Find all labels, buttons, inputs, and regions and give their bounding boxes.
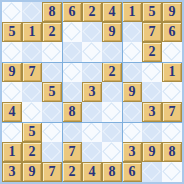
cell-r7c3[interactable] <box>42 122 62 142</box>
cell-r6c7[interactable] <box>122 102 142 122</box>
given-tile: 2 <box>102 62 122 82</box>
cell-r1c4: 6 <box>62 2 82 22</box>
cell-r7c5[interactable] <box>82 122 102 142</box>
diamond-ornament <box>42 102 60 120</box>
given-tile: 8 <box>102 162 122 182</box>
diamond-ornament <box>62 42 80 60</box>
given-tile: 1 <box>122 2 142 22</box>
diamond-ornament <box>142 162 160 180</box>
digit: 4 <box>9 105 16 120</box>
cell-r9c7: 6 <box>122 162 142 182</box>
given-tile: 7 <box>22 62 42 82</box>
given-tile: 2 <box>62 162 82 182</box>
cell-r1c1[interactable] <box>2 2 22 22</box>
digit: 3 <box>149 105 156 120</box>
diamond-ornament <box>82 42 100 60</box>
diamond-ornament <box>62 62 80 80</box>
given-tile: 5 <box>22 122 42 142</box>
digit: 7 <box>169 105 176 120</box>
cell-r9c2: 9 <box>22 162 42 182</box>
given-tile: 5 <box>142 2 162 22</box>
diamond-ornament <box>2 122 20 140</box>
cell-r4c2: 7 <box>22 62 42 82</box>
cell-r3c4[interactable] <box>62 42 82 62</box>
cell-r8c6[interactable] <box>102 142 122 162</box>
given-tile: 9 <box>22 162 42 182</box>
digit: 2 <box>49 25 56 40</box>
cell-r6c8: 3 <box>142 102 162 122</box>
given-tile: 9 <box>162 2 182 22</box>
cell-r6c3[interactable] <box>42 102 62 122</box>
cell-r8c3[interactable] <box>42 142 62 162</box>
cell-r2c2: 1 <box>22 22 42 42</box>
diamond-ornament <box>62 122 80 140</box>
diamond-ornament <box>122 62 140 80</box>
given-tile: 9 <box>102 22 122 42</box>
cell-r9c9[interactable] <box>162 162 182 182</box>
diamond-ornament <box>42 142 60 160</box>
diamond-ornament <box>82 142 100 160</box>
cell-r9c4: 2 <box>62 162 82 182</box>
digit: 8 <box>69 105 76 120</box>
cell-r8c8: 9 <box>142 142 162 162</box>
diamond-ornament <box>42 62 60 80</box>
cell-r5c8[interactable] <box>142 82 162 102</box>
digit: 9 <box>109 25 116 40</box>
given-tile: 5 <box>42 82 62 102</box>
cell-r3c2[interactable] <box>22 42 42 62</box>
given-tile: 2 <box>22 142 42 162</box>
digit: 9 <box>9 65 16 80</box>
digit: 7 <box>29 65 36 80</box>
diamond-ornament <box>22 42 40 60</box>
cell-r2c7[interactable] <box>122 22 142 42</box>
diamond-ornament <box>162 42 180 60</box>
cell-r3c7[interactable] <box>122 42 142 62</box>
cell-r8c5[interactable] <box>82 142 102 162</box>
diamond-ornament <box>102 122 120 140</box>
cell-r8c1: 1 <box>2 142 22 162</box>
cell-r5c7: 9 <box>122 82 142 102</box>
given-tile: 6 <box>162 22 182 42</box>
cell-r2c6: 9 <box>102 22 122 42</box>
sudoku-board: 862415951297629721539483751273983972486 <box>0 0 184 184</box>
cell-r1c5: 2 <box>82 2 102 22</box>
digit: 2 <box>29 145 36 160</box>
given-tile: 2 <box>42 22 62 42</box>
given-tile: 9 <box>142 142 162 162</box>
cell-r9c3: 7 <box>42 162 62 182</box>
diamond-ornament <box>42 42 60 60</box>
given-tile: 7 <box>42 162 62 182</box>
given-tile: 1 <box>22 22 42 42</box>
cell-r8c4: 7 <box>62 142 82 162</box>
diamond-ornament <box>62 82 80 100</box>
given-tile: 2 <box>82 2 102 22</box>
given-tile: 1 <box>162 62 182 82</box>
given-tile: 6 <box>62 2 82 22</box>
cell-r4c1: 9 <box>2 62 22 82</box>
cell-r3c3[interactable] <box>42 42 62 62</box>
cell-r3c6[interactable] <box>102 42 122 62</box>
cell-r1c6: 4 <box>102 2 122 22</box>
digit: 2 <box>89 5 96 20</box>
diamond-ornament <box>2 2 20 20</box>
diamond-ornament <box>82 122 100 140</box>
cell-r4c8[interactable] <box>142 62 162 82</box>
diamond-ornament <box>122 42 140 60</box>
given-tile: 9 <box>122 82 142 102</box>
cell-r6c2[interactable] <box>22 102 42 122</box>
given-tile: 7 <box>142 22 162 42</box>
cell-r6c4: 8 <box>62 102 82 122</box>
digit: 8 <box>49 5 56 20</box>
digit: 3 <box>89 85 96 100</box>
cell-r6c1: 4 <box>2 102 22 122</box>
digit: 3 <box>9 165 16 180</box>
given-tile: 6 <box>122 162 142 182</box>
diamond-ornament <box>122 122 140 140</box>
cell-r1c3: 8 <box>42 2 62 22</box>
given-tile: 5 <box>2 22 22 42</box>
diamond-ornament <box>2 42 20 60</box>
diamond-ornament <box>62 22 80 40</box>
cell-r2c3: 2 <box>42 22 62 42</box>
diamond-ornament <box>42 122 60 140</box>
cell-r1c9: 9 <box>162 2 182 22</box>
cell-r1c8: 5 <box>142 2 162 22</box>
cell-r2c1: 5 <box>2 22 22 42</box>
diamond-ornament <box>142 62 160 80</box>
cell-r8c9: 8 <box>162 142 182 162</box>
cell-r1c2[interactable] <box>22 2 42 22</box>
diamond-ornament <box>102 42 120 60</box>
diamond-ornament <box>122 102 140 120</box>
cell-r6c6[interactable] <box>102 102 122 122</box>
given-tile: 3 <box>82 82 102 102</box>
diamond-ornament <box>102 142 120 160</box>
digit: 4 <box>89 165 96 180</box>
digit: 2 <box>109 65 116 80</box>
given-tile: 4 <box>82 162 102 182</box>
box-divider-vertical-2 <box>122 2 123 182</box>
diamond-ornament <box>22 82 40 100</box>
cell-r8c2: 2 <box>22 142 42 162</box>
cell-r7c8[interactable] <box>142 122 162 142</box>
cell-r6c9: 7 <box>162 102 182 122</box>
digit: 9 <box>29 165 36 180</box>
digit: 7 <box>69 145 76 160</box>
digit: 2 <box>69 165 76 180</box>
cell-r4c6: 2 <box>102 62 122 82</box>
cell-r7c1[interactable] <box>2 122 22 142</box>
digit: 4 <box>109 5 116 20</box>
given-tile: 9 <box>2 62 22 82</box>
cell-r4c7[interactable] <box>122 62 142 82</box>
diamond-ornament <box>162 122 180 140</box>
given-tile: 3 <box>142 102 162 122</box>
diamond-ornament <box>142 122 160 140</box>
cell-r4c4[interactable] <box>62 62 82 82</box>
diamond-ornament <box>162 162 180 180</box>
given-tile: 7 <box>62 142 82 162</box>
box-divider-vertical-1 <box>62 2 63 182</box>
digit: 3 <box>129 145 136 160</box>
diamond-ornament <box>22 2 40 20</box>
cell-r6c5[interactable] <box>82 102 102 122</box>
box-divider-horizontal-1 <box>2 62 182 63</box>
cell-r5c3: 5 <box>42 82 62 102</box>
given-tile: 4 <box>102 2 122 22</box>
cell-r2c4[interactable] <box>62 22 82 42</box>
diamond-ornament <box>82 102 100 120</box>
digit: 6 <box>169 25 176 40</box>
cell-r7c4[interactable] <box>62 122 82 142</box>
sudoku-grid: 862415951297629721539483751273983972486 <box>2 2 182 182</box>
cell-r3c9[interactable] <box>162 42 182 62</box>
cell-r3c5[interactable] <box>82 42 102 62</box>
diamond-ornament <box>82 62 100 80</box>
cell-r3c1[interactable] <box>2 42 22 62</box>
cell-r7c7[interactable] <box>122 122 142 142</box>
cell-r4c9: 1 <box>162 62 182 82</box>
given-tile: 8 <box>42 2 62 22</box>
diamond-ornament <box>102 102 120 120</box>
cell-r7c6[interactable] <box>102 122 122 142</box>
diamond-ornament <box>102 82 120 100</box>
given-tile: 3 <box>2 162 22 182</box>
digit: 6 <box>69 5 76 20</box>
given-tile: 3 <box>122 142 142 162</box>
diamond-ornament <box>122 22 140 40</box>
cell-r2c8: 7 <box>142 22 162 42</box>
cell-r5c9[interactable] <box>162 82 182 102</box>
box-divider-horizontal-2 <box>2 122 182 123</box>
given-tile: 2 <box>142 42 162 62</box>
given-tile: 8 <box>62 102 82 122</box>
digit: 9 <box>149 145 156 160</box>
cell-r5c6[interactable] <box>102 82 122 102</box>
cell-r3c8: 2 <box>142 42 162 62</box>
digit: 1 <box>29 25 36 40</box>
cell-r5c5: 3 <box>82 82 102 102</box>
cell-r5c2[interactable] <box>22 82 42 102</box>
digit: 5 <box>149 5 156 20</box>
cell-r7c9[interactable] <box>162 122 182 142</box>
digit: 1 <box>9 145 16 160</box>
cell-r4c3[interactable] <box>42 62 62 82</box>
cell-r2c9: 6 <box>162 22 182 42</box>
cell-r9c6: 8 <box>102 162 122 182</box>
digit: 7 <box>149 25 156 40</box>
diamond-ornament <box>142 82 160 100</box>
digit: 1 <box>169 65 176 80</box>
digit: 9 <box>169 5 176 20</box>
digit: 1 <box>129 5 136 20</box>
cell-r4c5[interactable] <box>82 62 102 82</box>
digit: 2 <box>149 45 156 60</box>
diamond-ornament <box>22 102 40 120</box>
cell-r9c1: 3 <box>2 162 22 182</box>
diamond-ornament <box>162 82 180 100</box>
digit: 5 <box>49 85 56 100</box>
given-tile: 1 <box>2 142 22 162</box>
cell-r5c1[interactable] <box>2 82 22 102</box>
cell-r1c7: 1 <box>122 2 142 22</box>
digit: 6 <box>129 165 136 180</box>
given-tile: 4 <box>2 102 22 122</box>
given-tile: 7 <box>162 102 182 122</box>
cell-r2c5[interactable] <box>82 22 102 42</box>
digit: 5 <box>29 125 36 140</box>
cell-r7c2: 5 <box>22 122 42 142</box>
cell-r5c4[interactable] <box>62 82 82 102</box>
given-tile: 8 <box>162 142 182 162</box>
digit: 9 <box>129 85 136 100</box>
diamond-ornament <box>2 82 20 100</box>
diamond-ornament <box>82 22 100 40</box>
cell-r9c5: 4 <box>82 162 102 182</box>
digit: 5 <box>9 25 16 40</box>
digit: 8 <box>109 165 116 180</box>
digit: 7 <box>49 165 56 180</box>
cell-r9c8[interactable] <box>142 162 162 182</box>
digit: 8 <box>169 145 176 160</box>
cell-r8c7: 3 <box>122 142 142 162</box>
